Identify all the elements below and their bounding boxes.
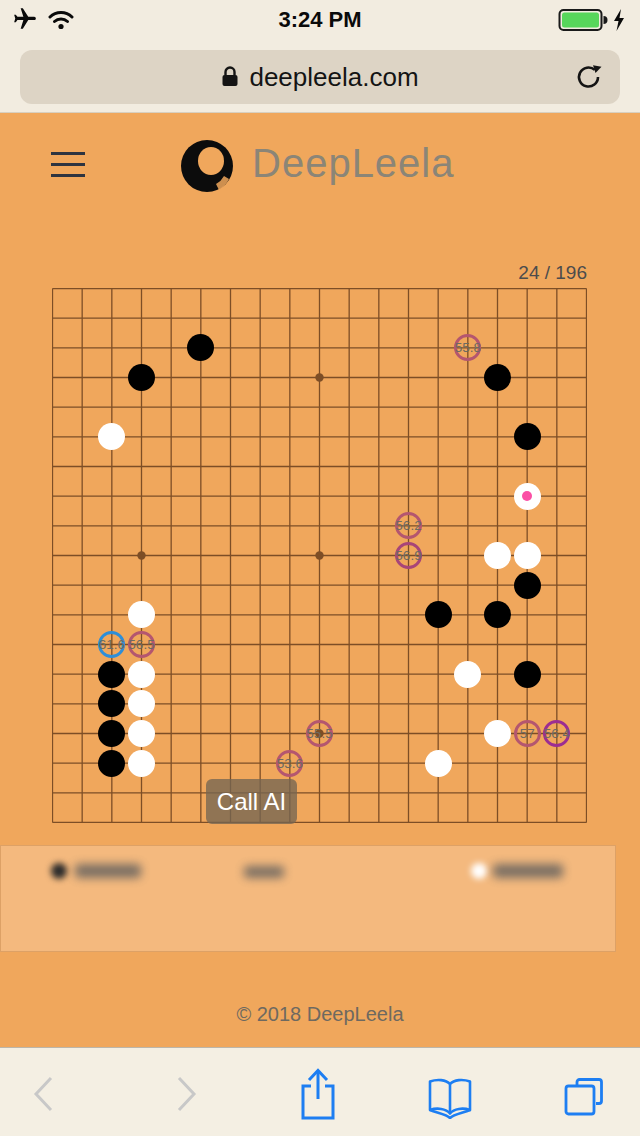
ai-winrate-value: 55.8 (455, 340, 481, 355)
black-stone (98, 750, 125, 777)
share-button[interactable] (296, 1067, 340, 1121)
black-stone (514, 423, 541, 450)
move-counter: 24 / 196 (53, 262, 587, 284)
black-stone (484, 364, 511, 391)
black-stone (514, 661, 541, 688)
tabs-button[interactable] (563, 1077, 605, 1117)
call-ai-button[interactable]: Call AI (206, 779, 297, 824)
deepleela-logo-icon (177, 135, 237, 195)
white-stone (128, 661, 155, 688)
page-title: DeepLeela (252, 141, 455, 186)
black-player-stone-indicator (51, 863, 67, 879)
black-stone (425, 601, 452, 628)
game-info-redacted (244, 866, 284, 878)
white-player-stone-indicator (471, 863, 487, 879)
safari-back-button[interactable] (32, 1075, 56, 1113)
status-bar: 3:24 PM (0, 0, 640, 40)
ai-winrate-value: 61.6 (99, 637, 125, 652)
white-stone (425, 750, 452, 777)
safari-forward-button[interactable] (174, 1075, 198, 1113)
black-stone (128, 364, 155, 391)
ai-winrate-value: 57 (520, 726, 535, 741)
ai-winrate-value: 53.6 (277, 756, 303, 771)
reload-button[interactable] (574, 62, 604, 92)
ai-winrate-value: 56.5 (128, 637, 154, 652)
bookmarks-button[interactable] (426, 1077, 474, 1119)
hamburger-menu-button[interactable] (51, 152, 85, 178)
ai-winrate-value: 55.5 (306, 726, 332, 741)
url-field[interactable]: deepleela.com (20, 50, 620, 104)
ai-suggestion-mark[interactable]: 56.9 (395, 542, 422, 569)
white-stone (484, 720, 511, 747)
ai-suggestion-mark[interactable]: 55.5 (306, 720, 333, 747)
controls-panel: ← AI → (0, 845, 616, 952)
white-player-name-redacted (493, 864, 563, 878)
black-player-name-redacted (75, 864, 141, 878)
url-text: deepleela.com (249, 62, 418, 93)
white-stone (514, 542, 541, 569)
battery-icon (558, 8, 608, 32)
white-stone (484, 542, 511, 569)
safari-toolbar (0, 1047, 640, 1136)
call-ai-label: Call AI (217, 788, 286, 816)
last-move-marker (522, 491, 532, 501)
white-stone (454, 661, 481, 688)
white-stone (128, 720, 155, 747)
white-stone (514, 483, 541, 510)
ai-suggestion-mark[interactable]: 57 (514, 720, 541, 747)
black-stone (98, 661, 125, 688)
ai-winrate-value: 56.2 (395, 518, 421, 533)
clock: 3:24 PM (0, 0, 640, 40)
screen: 3:24 PM deepleela.com (0, 0, 640, 1136)
safari-url-bar: deepleela.com (0, 40, 640, 113)
lock-icon (221, 65, 239, 89)
black-stone (514, 572, 541, 599)
ai-suggestion-mark[interactable]: 53.6 (276, 750, 303, 777)
charging-bolt-icon (612, 8, 626, 32)
ai-winrate-value: 56.9 (395, 548, 421, 563)
ai-winrate-value: 56.4 (544, 726, 570, 741)
footer-copyright: © 2018 DeepLeela (0, 1003, 640, 1026)
go-board[interactable]: 55.856.256.961.656.555.55756.453.6 (52, 288, 587, 823)
white-stone (128, 750, 155, 777)
ai-suggestion-mark[interactable]: 56.5 (128, 631, 155, 658)
